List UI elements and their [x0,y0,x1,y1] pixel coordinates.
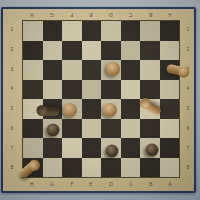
rank-label-right-8: 8 [185,163,192,174]
rank-label-left-3: 3 [9,64,16,75]
file-label-bottom-E: E [85,182,97,188]
file-label-top-G: G [46,11,58,17]
rank-labels-right: 12345678 [182,20,194,178]
board-photo: HGFEDCBA HGFEDCBA 12345678 12345678 [0,0,200,200]
file-label-top-F: F [65,11,77,17]
rank-label-right-6: 6 [185,123,192,134]
piece-light-fallen-b5[interactable] [141,99,162,116]
piece-dark-fallen-g5[interactable] [41,106,60,115]
file-label-top-D: D [105,11,117,17]
rank-label-left-8: 8 [9,163,16,174]
piece-light-standing-d5[interactable] [103,103,117,117]
file-label-bottom-F: F [65,182,77,188]
file-label-top-A: A [164,11,176,17]
rank-label-left-5: 5 [9,103,16,114]
rank-labels-left: 12345678 [6,20,18,178]
rank-label-left-4: 4 [9,84,16,95]
piece-dark-standing-b7[interactable] [145,143,158,156]
rank-label-left-2: 2 [9,44,16,55]
piece-light-standing-d3[interactable] [106,62,120,76]
rank-label-left-1: 1 [9,24,16,35]
file-label-bottom-B: B [144,182,156,188]
board-frame: HGFEDCBA HGFEDCBA 12345678 12345678 [1,7,196,193]
rank-label-right-1: 1 [185,24,192,35]
piece-dark-standing-g6[interactable] [47,124,60,137]
piece-light-fallen-a3[interactable] [166,63,186,76]
file-label-bottom-A: A [164,182,176,188]
piece-light-standing-f5[interactable] [63,103,77,117]
piece-light-fallen-h8[interactable] [18,161,38,180]
rank-label-right-4: 4 [185,84,192,95]
file-label-top-B: B [144,11,156,17]
rank-label-right-2: 2 [185,44,192,55]
board-wood-border: HGFEDCBA HGFEDCBA 12345678 12345678 [3,9,194,191]
file-label-bottom-G: G [46,182,58,188]
file-label-bottom-D: D [105,182,117,188]
rank-label-right-7: 7 [185,143,192,154]
rank-label-left-6: 6 [9,123,16,134]
rank-label-right-5: 5 [185,103,192,114]
file-label-bottom-H: H [26,182,38,188]
pieces-layer [23,21,179,177]
rank-label-left-7: 7 [9,143,16,154]
file-labels-top: HGFEDCBA [22,9,180,19]
piece-dark-standing-d7[interactable] [105,144,118,157]
file-label-bottom-C: C [125,182,137,188]
file-labels-bottom: HGFEDCBA [22,180,180,190]
file-label-top-H: H [26,11,38,17]
file-label-top-E: E [85,11,97,17]
file-label-top-C: C [125,11,137,17]
